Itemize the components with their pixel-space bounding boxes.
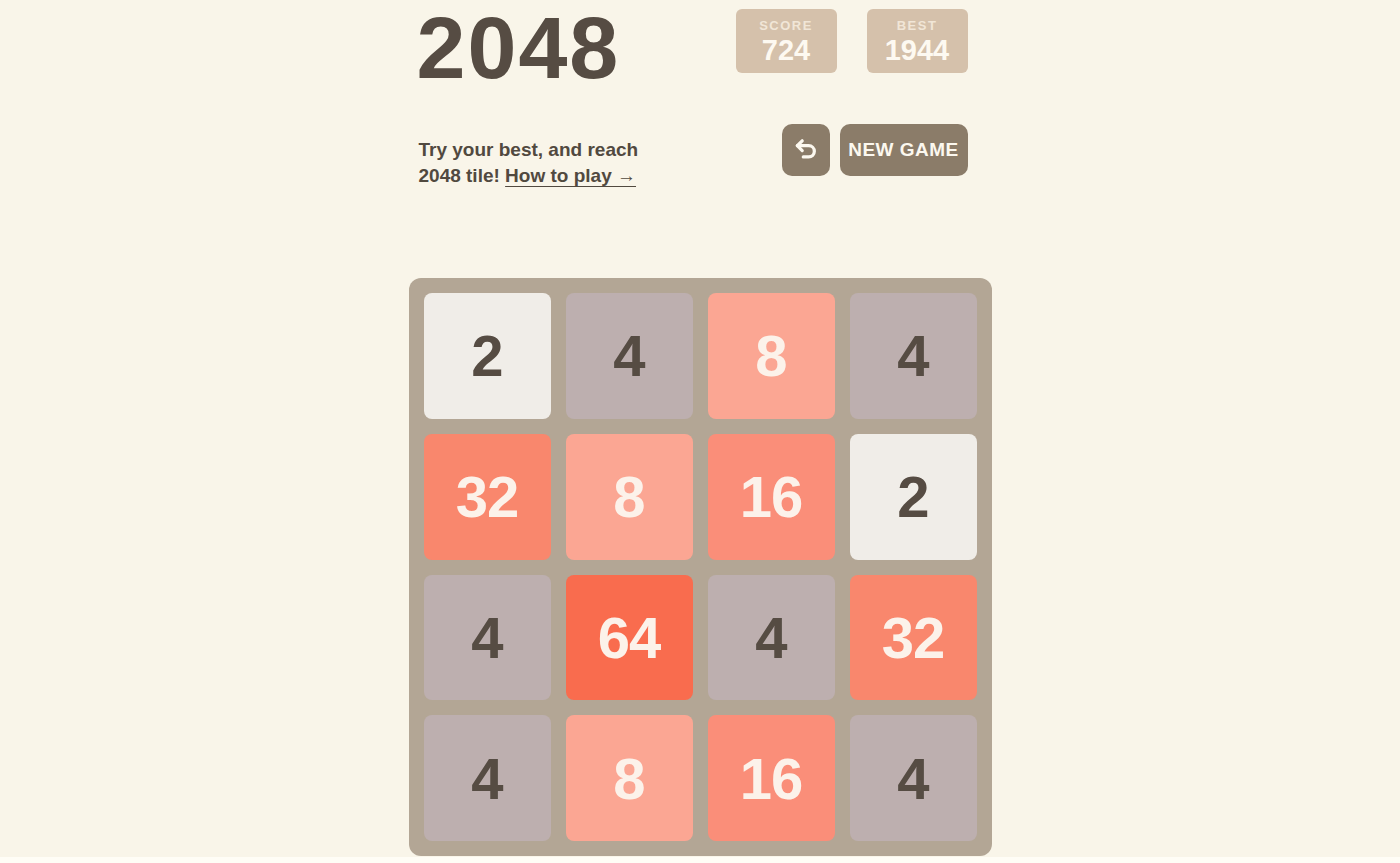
undo-button[interactable] xyxy=(782,124,830,176)
new-game-button[interactable]: NEW GAME xyxy=(840,124,968,176)
game-container: 2048 Try your best, and reach2048 tile! … xyxy=(409,0,992,856)
score-bar: SCORE 724 BEST 1944 xyxy=(736,9,968,73)
tile-4: 4 xyxy=(424,715,551,841)
undo-icon xyxy=(793,137,819,163)
tile-4: 4 xyxy=(566,293,693,419)
subtitle-line1: Try your best, and reach xyxy=(419,139,639,160)
tile-16: 16 xyxy=(708,434,835,560)
how-to-play-link[interactable]: How to play → xyxy=(505,165,636,186)
tile-4: 4 xyxy=(424,575,551,701)
tile-16: 16 xyxy=(708,715,835,841)
score-box: SCORE 724 xyxy=(736,9,837,73)
tile-4: 4 xyxy=(850,715,977,841)
tile-8: 8 xyxy=(566,715,693,841)
best-value: 1944 xyxy=(885,36,950,65)
tile-2: 2 xyxy=(424,293,551,419)
page-title: 2048 xyxy=(417,4,621,92)
page-bottom-edge xyxy=(0,857,1400,863)
subtitle-line2: 2048 tile! xyxy=(419,165,506,186)
board[interactable]: 248432816246443248164 xyxy=(409,278,992,856)
tile-4: 4 xyxy=(850,293,977,419)
tile-2: 2 xyxy=(850,434,977,560)
subtitle: Try your best, and reach2048 tile! How t… xyxy=(419,137,639,189)
tile-32: 32 xyxy=(424,434,551,560)
score-value: 724 xyxy=(762,36,810,65)
button-bar: NEW GAME xyxy=(782,124,968,176)
tile-8: 8 xyxy=(566,434,693,560)
tile-8: 8 xyxy=(708,293,835,419)
header: 2048 Try your best, and reach2048 tile! … xyxy=(409,0,992,278)
tile-4: 4 xyxy=(708,575,835,701)
best-label: BEST xyxy=(897,18,938,33)
tile-64: 64 xyxy=(566,575,693,701)
score-label: SCORE xyxy=(759,18,813,33)
tile-32: 32 xyxy=(850,575,977,701)
best-box: BEST 1944 xyxy=(867,9,968,73)
